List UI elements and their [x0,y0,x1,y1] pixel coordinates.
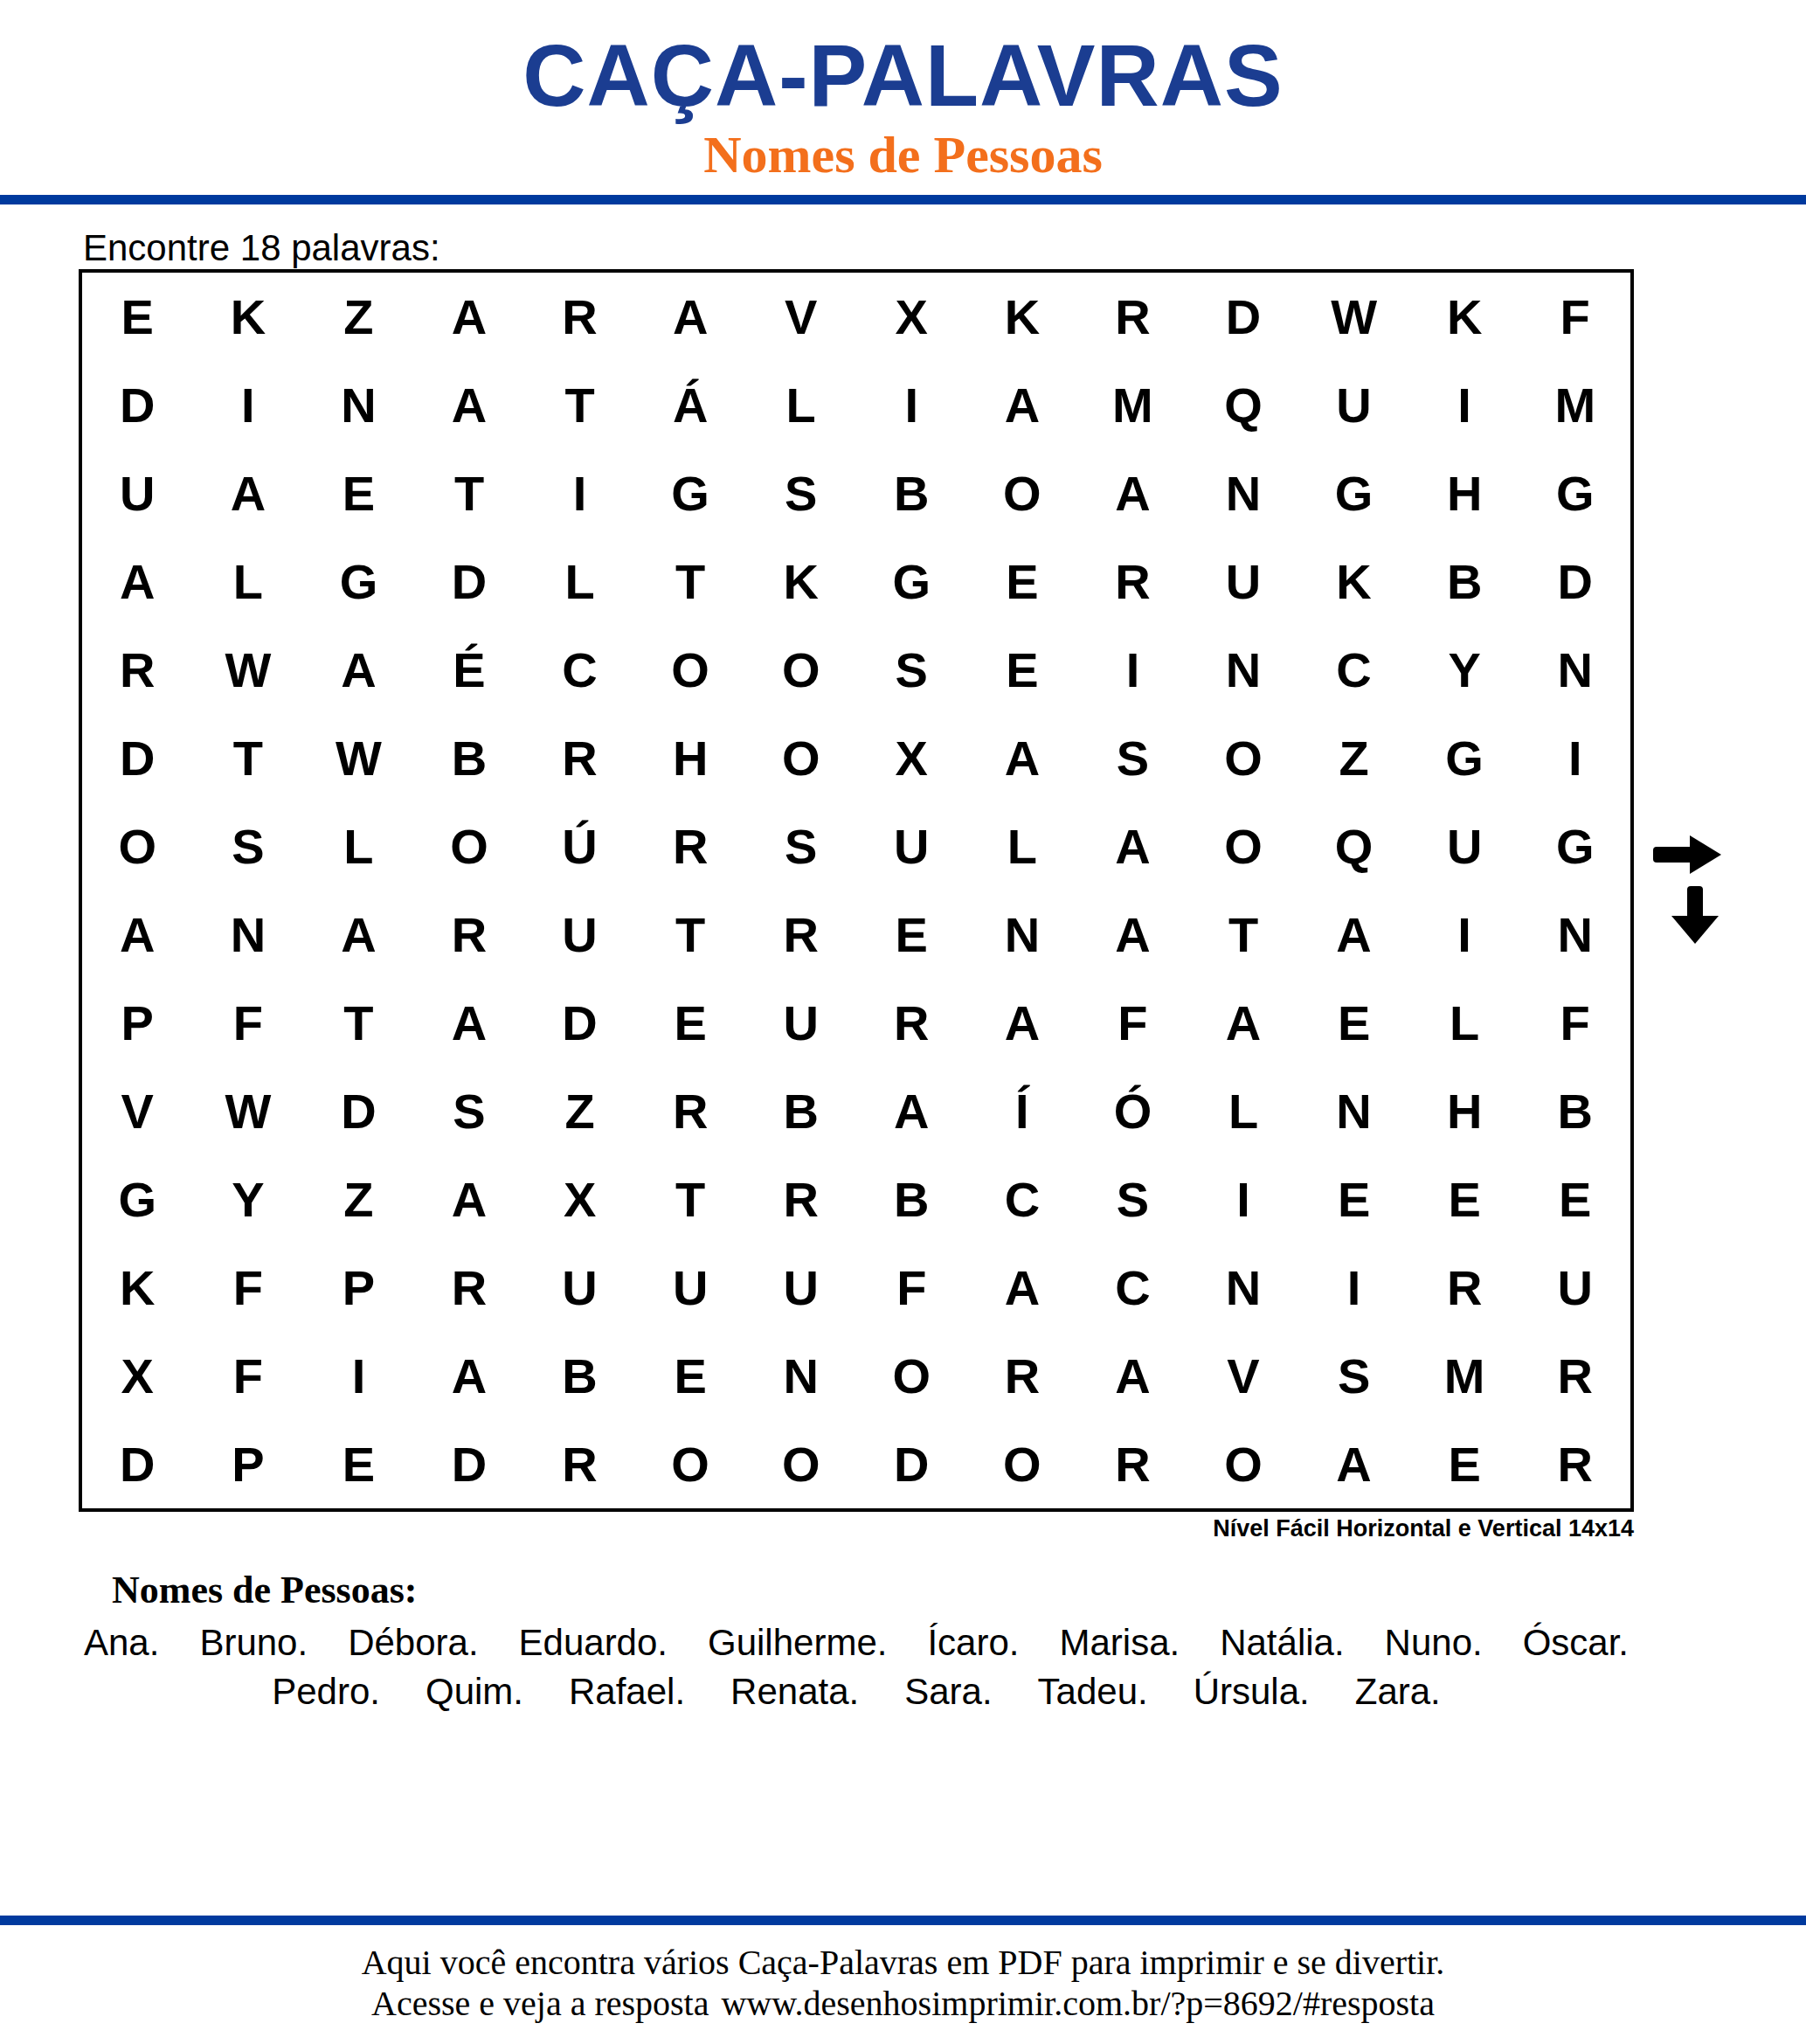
grid-cell-r5c2[interactable]: W [193,626,304,714]
word-list-item: Quim. [426,1671,523,1713]
grid-cell-r13c3[interactable]: I [303,1332,414,1420]
grid-cell-r9c1[interactable]: P [82,979,193,1067]
grid-cell-r2c13[interactable]: I [1409,361,1520,449]
grid-cell-r6c4[interactable]: B [414,714,525,802]
grid-cell-r4c14[interactable]: D [1519,537,1630,626]
grid-cell-r11c3[interactable]: Z [303,1155,414,1244]
grid-cell-r7c9[interactable]: L [967,802,1078,890]
grid-cell-r13c12[interactable]: S [1298,1332,1409,1420]
grid-cell-r10c8[interactable]: A [856,1067,967,1155]
grid-cell-r9c7[interactable]: U [745,979,856,1067]
grid-cell-r1c11[interactable]: D [1188,273,1299,361]
grid-cell-r2c11[interactable]: Q [1188,361,1299,449]
grid-cell-r3c8[interactable]: B [856,449,967,537]
grid-cell-r8c1[interactable]: A [82,890,193,979]
footer-url[interactable]: www.desenhosimprimir.com.br/?p=8692/#res… [709,1984,1435,2023]
grid-cell-r6c7[interactable]: O [745,714,856,802]
grid-cell-r6c10[interactable]: S [1077,714,1188,802]
grid-cell-r12c14[interactable]: U [1519,1244,1630,1332]
grid-cell-r5c14[interactable]: N [1519,626,1630,714]
grid-cell-r14c1[interactable]: D [82,1420,193,1508]
grid-cell-r5c7[interactable]: O [745,626,856,714]
grid-cell-r1c12[interactable]: W [1298,273,1409,361]
grid-cell-r9c5[interactable]: D [524,979,635,1067]
grid-cell-r4c2[interactable]: L [193,537,304,626]
grid-cell-r11c10[interactable]: S [1077,1155,1188,1244]
grid-cell-r3c1[interactable]: U [82,449,193,537]
grid-cell-r1c13[interactable]: K [1409,273,1520,361]
grid-cell-r5c8[interactable]: S [856,626,967,714]
grid-cell-r14c14[interactable]: R [1519,1420,1630,1508]
grid-cell-r4c9[interactable]: E [967,537,1078,626]
grid-cell-r2c10[interactable]: M [1077,361,1188,449]
grid-cell-r1c10[interactable]: R [1077,273,1188,361]
word-list-item: Óscar. [1523,1622,1629,1664]
grid-cell-r7c7[interactable]: S [745,802,856,890]
grid-cell-r6c11[interactable]: O [1188,714,1299,802]
word-list-item: Úrsula. [1194,1671,1310,1713]
grid-cell-r4c7[interactable]: K [745,537,856,626]
grid-cell-r14c13[interactable]: E [1409,1420,1520,1508]
grid-cell-r8c10[interactable]: A [1077,890,1188,979]
grid-cell-r3c14[interactable]: G [1519,449,1630,537]
grid-cell-r1c6[interactable]: A [635,273,746,361]
grid-cell-r13c8[interactable]: O [856,1332,967,1420]
grid-cell-r6c12[interactable]: Z [1298,714,1409,802]
word-list-item: Renata. [730,1671,859,1713]
grid-cell-r7c3[interactable]: L [303,802,414,890]
grid-cell-r14c9[interactable]: O [967,1420,1078,1508]
grid-cell-r10c12[interactable]: N [1298,1067,1409,1155]
grid-cell-r14c11[interactable]: O [1188,1420,1299,1508]
grid-cell-r10c2[interactable]: W [193,1067,304,1155]
grid-cell-r12c5[interactable]: U [524,1244,635,1332]
grid-cell-r3c5[interactable]: I [524,449,635,537]
grid-cell-r11c5[interactable]: X [524,1155,635,1244]
word-list-item: Natália. [1220,1622,1344,1664]
grid-cell-r6c14[interactable]: I [1519,714,1630,802]
word-list-item: Ana. [84,1622,159,1664]
grid-cell-r7c12[interactable]: Q [1298,802,1409,890]
grid-cell-r11c11[interactable]: I [1188,1155,1299,1244]
grid-cell-r4c10[interactable]: R [1077,537,1188,626]
grid-cell-r12c4[interactable]: R [414,1244,525,1332]
grid-cell-r10c11[interactable]: L [1188,1067,1299,1155]
grid-cell-r14c4[interactable]: D [414,1420,525,1508]
grid-cell-r10c7[interactable]: B [745,1067,856,1155]
word-list-item: Zara. [1355,1671,1441,1713]
grid-cell-r6c9[interactable]: A [967,714,1078,802]
grid-cell-r2c5[interactable]: T [524,361,635,449]
grid-cell-r7c13[interactable]: U [1409,802,1520,890]
grid-cell-r12c6[interactable]: U [635,1244,746,1332]
grid-cell-r2c12[interactable]: U [1298,361,1409,449]
grid-cell-r1c4[interactable]: A [414,273,525,361]
grid-cell-r8c7[interactable]: R [745,890,856,979]
grid-cell-r6c2[interactable]: T [193,714,304,802]
grid-cell-r12c7[interactable]: U [745,1244,856,1332]
grid-cell-r1c3[interactable]: Z [303,273,414,361]
word-list-heading: Nomes de Pessoas: [112,1568,418,1612]
grid-cell-r3c4[interactable]: T [414,449,525,537]
grid-cell-r8c3[interactable]: A [303,890,414,979]
grid-cell-r11c1[interactable]: G [82,1155,193,1244]
grid-cell-r8c5[interactable]: U [524,890,635,979]
grid-cell-r4c1[interactable]: A [82,537,193,626]
grid-cell-r4c13[interactable]: B [1409,537,1520,626]
grid-cell-r2c2[interactable]: I [193,361,304,449]
grid-cell-r13c1[interactable]: X [82,1332,193,1420]
grid-cell-r8c4[interactable]: R [414,890,525,979]
grid-cell-r8c2[interactable]: N [193,890,304,979]
grid-cell-r13c13[interactable]: M [1409,1332,1520,1420]
grid-cell-r3c3[interactable]: E [303,449,414,537]
grid-cell-r7c2[interactable]: S [193,802,304,890]
grid-cell-r1c5[interactable]: R [524,273,635,361]
grid-cell-r1c14[interactable]: F [1519,273,1630,361]
word-list-item: Marisa. [1059,1622,1180,1664]
difficulty-note: Nível Fácil Horizontal e Vertical 14x14 [79,1515,1634,1542]
grid-cell-r5c6[interactable]: O [635,626,746,714]
grid-cell-r11c7[interactable]: R [745,1155,856,1244]
grid-cell-r8c6[interactable]: T [635,890,746,979]
grid-cell-r10c4[interactable]: S [414,1067,525,1155]
grid-cell-r3c2[interactable]: A [193,449,304,537]
grid-cell-r9c4[interactable]: A [414,979,525,1067]
grid-cell-r4c3[interactable]: G [303,537,414,626]
grid-cell-r8c9[interactable]: N [967,890,1078,979]
instruction-text: Encontre 18 palavras: [83,227,440,269]
grid-cell-r7c10[interactable]: A [1077,802,1188,890]
grid-cell-r2c7[interactable]: L [745,361,856,449]
grid-cell-r3c9[interactable]: O [967,449,1078,537]
grid-cell-r5c10[interactable]: I [1077,626,1188,714]
grid-cell-r14c5[interactable]: R [524,1420,635,1508]
grid-cell-r6c6[interactable]: H [635,714,746,802]
grid-cell-r14c3[interactable]: E [303,1420,414,1508]
direction-right-arrow-icon [1653,835,1721,874]
grid-cell-r10c6[interactable]: R [635,1067,746,1155]
grid-cell-r8c11[interactable]: T [1188,890,1299,979]
grid-cell-r6c8[interactable]: X [856,714,967,802]
grid-cell-r7c14[interactable]: G [1519,802,1630,890]
word-list-item: Bruno. [199,1622,308,1664]
word-search-board: EKZARAVXKRDWKFDINATÁLIAMQUIMUAETIGSBOANG… [79,269,1634,1512]
word-list-item: Eduardo. [519,1622,668,1664]
grid-cell-r11c12[interactable]: E [1298,1155,1409,1244]
grid-cell-r4c12[interactable]: K [1298,537,1409,626]
word-list-item: Pedro. [272,1671,380,1713]
grid-cell-r7c8[interactable]: U [856,802,967,890]
grid-cell-r3c10[interactable]: A [1077,449,1188,537]
word-list-item: Débora. [348,1622,478,1664]
grid-cell-r6c1[interactable]: D [82,714,193,802]
grid-cell-r10c3[interactable]: D [303,1067,414,1155]
grid-cell-r2c4[interactable]: A [414,361,525,449]
grid-cell-r4c4[interactable]: D [414,537,525,626]
footer: Aqui você encontra vários Caça-Palavras … [0,1942,1806,2024]
grid-cell-r13c11[interactable]: V [1188,1332,1299,1420]
grid-cell-r10c14[interactable]: B [1519,1067,1630,1155]
grid-cell-r14c8[interactable]: D [856,1420,967,1508]
direction-down-arrow-icon [1671,886,1719,944]
grid-cell-r9c14[interactable]: F [1519,979,1630,1067]
grid-cell-r2c3[interactable]: N [303,361,414,449]
grid-cell-r9c13[interactable]: L [1409,979,1520,1067]
grid-cell-r7c6[interactable]: R [635,802,746,890]
grid-cell-r8c14[interactable]: N [1519,890,1630,979]
grid-cell-r13c9[interactable]: R [967,1332,1078,1420]
grid-cell-r11c2[interactable]: Y [193,1155,304,1244]
word-list-line-1: Ana.Bruno.Débora.Eduardo.Guilherme.Ícaro… [79,1622,1634,1664]
grid-cell-r12c8[interactable]: F [856,1244,967,1332]
grid-cell-r10c1[interactable]: V [82,1067,193,1155]
footer-line-2: Acesse e veja a respostawww.desenhosimpr… [0,1983,1806,2024]
grid-cell-r4c5[interactable]: L [524,537,635,626]
grid-cell-r3c11[interactable]: N [1188,449,1299,537]
grid-cell-r2c9[interactable]: A [967,361,1078,449]
grid-cell-r9c8[interactable]: R [856,979,967,1067]
grid-cell-r6c13[interactable]: G [1409,714,1520,802]
page-title: CAÇA-PALAVRAS [0,30,1806,121]
word-list-item: Sara. [904,1671,992,1713]
grid-cell-r1c2[interactable]: K [193,273,304,361]
grid-cell-r1c1[interactable]: E [82,273,193,361]
grid-cell-r1c9[interactable]: K [967,273,1078,361]
grid-cell-r7c1[interactable]: O [82,802,193,890]
grid-cell-r9c10[interactable]: F [1077,979,1188,1067]
grid-cell-r11c6[interactable]: T [635,1155,746,1244]
grid-cell-r5c9[interactable]: E [967,626,1078,714]
grid-cell-r7c4[interactable]: O [414,802,525,890]
grid-cell-r12c1[interactable]: K [82,1244,193,1332]
grid-cell-r12c13[interactable]: R [1409,1244,1520,1332]
grid-cell-r5c4[interactable]: É [414,626,525,714]
word-list-item: Nuno. [1385,1622,1483,1664]
grid-cell-r11c4[interactable]: A [414,1155,525,1244]
grid-cell-r9c11[interactable]: A [1188,979,1299,1067]
grid-cell-r9c12[interactable]: E [1298,979,1409,1067]
footer-divider-bar [0,1916,1806,1925]
grid-cell-r5c5[interactable]: C [524,626,635,714]
grid-cell-r6c3[interactable]: W [303,714,414,802]
footer-line-1: Aqui você encontra vários Caça-Palavras … [0,1942,1806,1983]
grid-cell-r12c10[interactable]: C [1077,1244,1188,1332]
grid-cell-r13c5[interactable]: B [524,1332,635,1420]
grid-cell-r14c12[interactable]: A [1298,1420,1409,1508]
grid-cell-r14c2[interactable]: P [193,1420,304,1508]
grid-cell-r13c4[interactable]: A [414,1332,525,1420]
grid-cell-r14c6[interactable]: O [635,1420,746,1508]
grid-cell-r3c6[interactable]: G [635,449,746,537]
grid-cell-r4c6[interactable]: T [635,537,746,626]
grid-cell-r10c9[interactable]: Í [967,1067,1078,1155]
grid-cell-r13c14[interactable]: R [1519,1332,1630,1420]
grid-cell-r9c6[interactable]: E [635,979,746,1067]
word-list-item: Rafael. [569,1671,685,1713]
grid-cell-r10c5[interactable]: Z [524,1067,635,1155]
grid-cell-r2c8[interactable]: I [856,361,967,449]
grid-cell-r6c5[interactable]: R [524,714,635,802]
grid-cell-r8c8[interactable]: E [856,890,967,979]
grid-cell-r12c12[interactable]: I [1298,1244,1409,1332]
word-list-item: Ícaro. [927,1622,1019,1664]
word-list-item: Tadeu. [1038,1671,1148,1713]
grid-cell-r13c10[interactable]: A [1077,1332,1188,1420]
grid-cell-r5c13[interactable]: Y [1409,626,1520,714]
grid-cell-r2c14[interactable]: M [1519,361,1630,449]
grid-cell-r14c7[interactable]: O [745,1420,856,1508]
grid-cell-r12c2[interactable]: F [193,1244,304,1332]
grid-cell-r13c6[interactable]: E [635,1332,746,1420]
grid-cell-r8c13[interactable]: I [1409,890,1520,979]
grid-cell-r11c14[interactable]: E [1519,1155,1630,1244]
grid-cell-r1c7[interactable]: V [745,273,856,361]
grid-cell-r5c12[interactable]: C [1298,626,1409,714]
grid-cell-r7c5[interactable]: Ú [524,802,635,890]
grid-cell-r1c8[interactable]: X [856,273,967,361]
grid-cell-r4c11[interactable]: U [1188,537,1299,626]
grid-cell-r11c8[interactable]: B [856,1155,967,1244]
header-divider-bar [0,195,1806,204]
grid-cell-r13c7[interactable]: N [745,1332,856,1420]
grid-cell-r10c10[interactable]: Ó [1077,1067,1188,1155]
grid-cell-r2c1[interactable]: D [82,361,193,449]
grid-cell-r12c11[interactable]: N [1188,1244,1299,1332]
grid-cell-r11c9[interactable]: C [967,1155,1078,1244]
footer-line-2-prefix: Acesse e veja a resposta [371,1984,709,2023]
grid-cell-r14c10[interactable]: R [1077,1420,1188,1508]
grid-cell-r4c8[interactable]: G [856,537,967,626]
grid-cell-r12c9[interactable]: A [967,1244,1078,1332]
grid-cell-r2c6[interactable]: Á [635,361,746,449]
grid-cell-r11c13[interactable]: E [1409,1155,1520,1244]
grid-cell-r5c1[interactable]: R [82,626,193,714]
grid-cell-r9c3[interactable]: T [303,979,414,1067]
word-list-line-2: Pedro.Quim.Rafael.Renata.Sara.Tadeu.Úrsu… [79,1671,1634,1713]
grid-cell-r8c12[interactable]: A [1298,890,1409,979]
grid-cell-r3c12[interactable]: G [1298,449,1409,537]
grid-cell-r3c7[interactable]: S [745,449,856,537]
word-list-item: Guilherme. [708,1622,887,1664]
puzzle-page: CAÇA-PALAVRAS Nomes de Pessoas Encontre … [0,0,1806,2044]
grid-cell-r3c13[interactable]: H [1409,449,1520,537]
grid-cell-r13c2[interactable]: F [193,1332,304,1420]
grid-cell-r12c3[interactable]: P [303,1244,414,1332]
grid-cell-r9c2[interactable]: F [193,979,304,1067]
page-subtitle: Nomes de Pessoas [0,128,1806,183]
grid-cell-r9c9[interactable]: A [967,979,1078,1067]
grid-cell-r5c11[interactable]: N [1188,626,1299,714]
grid-cell-r7c11[interactable]: O [1188,802,1299,890]
grid-cell-r5c3[interactable]: A [303,626,414,714]
grid-cell-r10c13[interactable]: H [1409,1067,1520,1155]
